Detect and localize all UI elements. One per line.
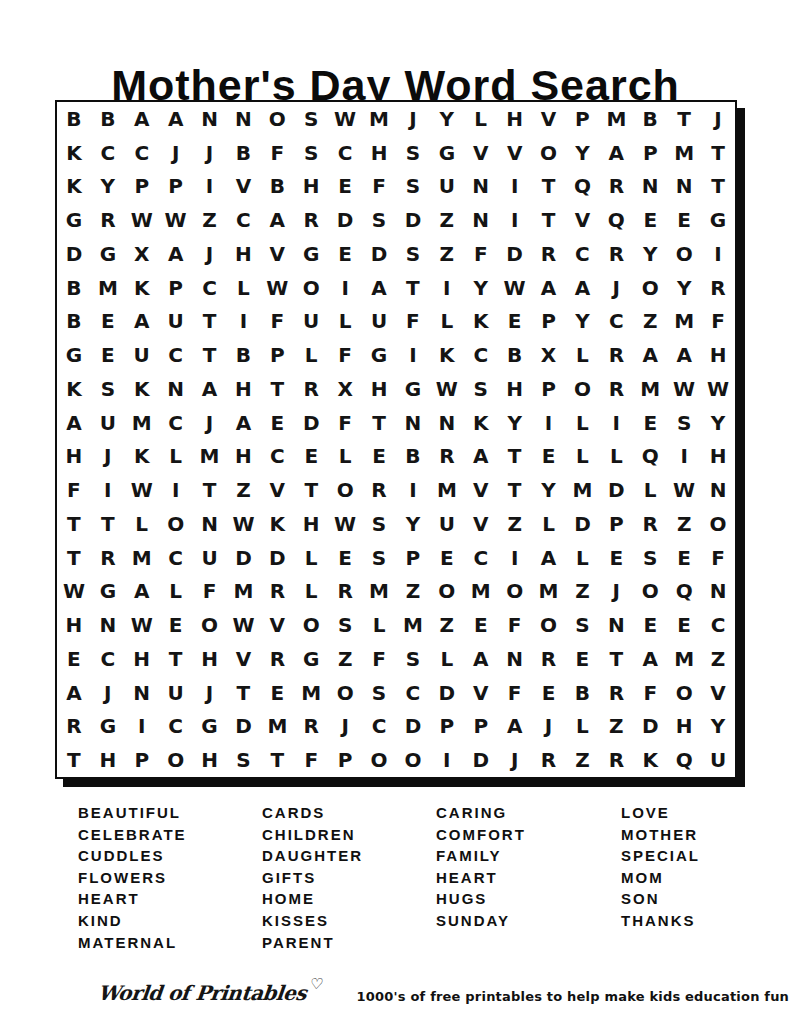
grid-cell-r15c2: G xyxy=(91,575,125,609)
grid-cell-r8c3: U xyxy=(125,338,159,372)
grid-cell-r7c6: I xyxy=(227,305,261,339)
grid-cell-r20c1: T xyxy=(57,743,91,777)
grid-cell-r2c10: H xyxy=(362,136,396,170)
grid-cell-r3c4: P xyxy=(159,170,193,204)
grid-cell-r20c16: Z xyxy=(566,743,600,777)
grid-cell-r15c17: J xyxy=(599,575,633,609)
grid-cell-r4c8: R xyxy=(294,203,328,237)
word-list-item: HEART xyxy=(78,888,187,910)
grid-cell-r1c3: A xyxy=(125,102,159,136)
word-list-item: HEART xyxy=(436,867,526,889)
grid-cell-r9c3: K xyxy=(125,372,159,406)
grid-cell-r12c14: T xyxy=(498,473,532,507)
grid-cell-r17c6: V xyxy=(227,642,261,676)
grid-cell-r7c20: F xyxy=(701,305,735,339)
grid-cell-r5c8: G xyxy=(294,237,328,271)
grid-cell-r7c19: M xyxy=(667,305,701,339)
grid-cell-r17c4: T xyxy=(159,642,193,676)
grid-cell-r4c18: E xyxy=(633,203,667,237)
grid-cell-r14c20: F xyxy=(701,541,735,575)
grid-cell-r20c6: S xyxy=(227,743,261,777)
grid-cell-r2c1: K xyxy=(57,136,91,170)
grid-cell-r7c4: U xyxy=(159,305,193,339)
grid-cell-r2c19: M xyxy=(667,136,701,170)
grid-cell-r10c8: D xyxy=(294,406,328,440)
grid-cell-r14c10: S xyxy=(362,541,396,575)
grid-cell-r17c16: E xyxy=(566,642,600,676)
grid-cell-r3c7: B xyxy=(260,170,294,204)
grid-cell-r11c16: L xyxy=(566,440,600,474)
grid-cell-r15c14: O xyxy=(498,575,532,609)
grid-cell-r13c4: O xyxy=(159,507,193,541)
grid-cell-r2c20: T xyxy=(701,136,735,170)
grid-cell-r20c17: R xyxy=(599,743,633,777)
grid-cell-r13c18: R xyxy=(633,507,667,541)
grid-cell-r18c2: J xyxy=(91,676,125,710)
grid-cell-r15c15: M xyxy=(532,575,566,609)
grid-cell-r9c16: O xyxy=(566,372,600,406)
grid-cell-r16c17: N xyxy=(599,608,633,642)
grid-cell-r15c13: M xyxy=(464,575,498,609)
grid-cell-r15c11: Z xyxy=(396,575,430,609)
word-list-item: GIFTS xyxy=(262,867,363,889)
grid-cell-r10c19: S xyxy=(667,406,701,440)
grid-cell-r8c4: C xyxy=(159,338,193,372)
grid-cell-r12c19: W xyxy=(667,473,701,507)
heart-icon: ♡ xyxy=(309,976,324,991)
grid-cell-r5c3: X xyxy=(125,237,159,271)
grid-cell-r16c19: E xyxy=(667,608,701,642)
word-list-column-3: CARINGCOMFORTFAMILYHEARTHUGSSUNDAY xyxy=(436,802,526,932)
grid-cell-r7c9: L xyxy=(328,305,362,339)
grid-cell-r19c1: R xyxy=(57,710,91,744)
grid-cell-r16c6: W xyxy=(227,608,261,642)
grid-cell-r10c17: I xyxy=(599,406,633,440)
grid-cell-r9c12: W xyxy=(430,372,464,406)
grid-cell-r17c10: F xyxy=(362,642,396,676)
word-list-item: DAUGHTER xyxy=(262,845,363,867)
grid-cell-r17c8: G xyxy=(294,642,328,676)
footer-tagline: 1000's of free printables to help make k… xyxy=(357,983,791,1004)
grid-cell-r2c17: A xyxy=(599,136,633,170)
grid-cell-r3c10: F xyxy=(362,170,396,204)
grid-cell-r16c8: O xyxy=(294,608,328,642)
grid-cell-r17c12: L xyxy=(430,642,464,676)
grid-cell-r14c18: S xyxy=(633,541,667,575)
grid-cell-r3c9: E xyxy=(328,170,362,204)
footer: World of Printables ♡ 1000's of free pri… xyxy=(98,978,738,1008)
word-list-item: HOME xyxy=(262,888,363,910)
word-search-grid: BBAANNOSWMJYLHVPMBTJKCCJJBFSCHSGVVOYAPMT… xyxy=(57,102,735,777)
grid-cell-r12c8: T xyxy=(294,473,328,507)
grid-cell-r3c3: P xyxy=(125,170,159,204)
grid-cell-r11c3: K xyxy=(125,440,159,474)
grid-cell-r3c20: T xyxy=(701,170,735,204)
grid-cell-r4c2: R xyxy=(91,203,125,237)
grid-cell-r1c16: P xyxy=(566,102,600,136)
grid-cell-r11c12: R xyxy=(430,440,464,474)
grid-cell-r1c7: O xyxy=(260,102,294,136)
grid-cell-r12c5: T xyxy=(193,473,227,507)
grid-cell-r5c12: Z xyxy=(430,237,464,271)
grid-cell-r19c17: Z xyxy=(599,710,633,744)
grid-cell-r12c12: M xyxy=(430,473,464,507)
grid-cell-r17c18: A xyxy=(633,642,667,676)
grid-cell-r9c15: P xyxy=(532,372,566,406)
grid-cell-r15c4: L xyxy=(159,575,193,609)
grid-cell-r8c15: X xyxy=(532,338,566,372)
grid-cell-r18c12: D xyxy=(430,676,464,710)
grid-cell-r6c6: L xyxy=(227,271,261,305)
grid-cell-r2c15: O xyxy=(532,136,566,170)
grid-cell-r15c12: O xyxy=(430,575,464,609)
grid-cell-r2c16: Y xyxy=(566,136,600,170)
word-list-item: FLOWERS xyxy=(78,867,187,889)
grid-cell-r3c15: T xyxy=(532,170,566,204)
grid-cell-r7c11: F xyxy=(396,305,430,339)
grid-cell-r3c2: Y xyxy=(91,170,125,204)
grid-cell-r18c8: M xyxy=(294,676,328,710)
grid-cell-r12c2: I xyxy=(91,473,125,507)
word-list-item: CARING xyxy=(436,802,526,824)
grid-cell-r11c20: H xyxy=(701,440,735,474)
grid-cell-r16c13: E xyxy=(464,608,498,642)
grid-cell-r6c10: A xyxy=(362,271,396,305)
grid-cell-r2c18: P xyxy=(633,136,667,170)
grid-cell-r17c13: A xyxy=(464,642,498,676)
grid-cell-r14c3: M xyxy=(125,541,159,575)
grid-cell-r5c1: D xyxy=(57,237,91,271)
grid-cell-r11c7: C xyxy=(260,440,294,474)
grid-cell-r19c16: L xyxy=(566,710,600,744)
grid-cell-r3c5: I xyxy=(193,170,227,204)
grid-cell-r7c3: A xyxy=(125,305,159,339)
grid-cell-r5c11: S xyxy=(396,237,430,271)
grid-cell-r11c5: M xyxy=(193,440,227,474)
grid-cell-r5c16: C xyxy=(566,237,600,271)
word-list-item: THANKS xyxy=(621,910,700,932)
grid-cell-r16c1: H xyxy=(57,608,91,642)
grid-cell-r6c14: W xyxy=(498,271,532,305)
word-list-item: CHILDREN xyxy=(262,824,363,846)
grid-cell-r13c2: T xyxy=(91,507,125,541)
word-list-item: SUNDAY xyxy=(436,910,526,932)
grid-cell-r18c9: O xyxy=(328,676,362,710)
grid-cell-r5c6: H xyxy=(227,237,261,271)
grid-cell-r16c3: W xyxy=(125,608,159,642)
grid-cell-r1c20: J xyxy=(701,102,735,136)
grid-cell-r1c4: A xyxy=(159,102,193,136)
grid-cell-r20c9: P xyxy=(328,743,362,777)
grid-cell-r19c4: C xyxy=(159,710,193,744)
grid-cell-r17c15: R xyxy=(532,642,566,676)
grid-cell-r5c18: Y xyxy=(633,237,667,271)
grid-cell-r6c9: I xyxy=(328,271,362,305)
grid-cell-r7c16: Y xyxy=(566,305,600,339)
grid-cell-r19c18: D xyxy=(633,710,667,744)
grid-cell-r12c9: O xyxy=(328,473,362,507)
grid-cell-r3c14: I xyxy=(498,170,532,204)
grid-cell-r2c5: J xyxy=(193,136,227,170)
grid-cell-r16c11: M xyxy=(396,608,430,642)
grid-cell-r4c17: Q xyxy=(599,203,633,237)
grid-cell-r16c14: F xyxy=(498,608,532,642)
grid-cell-r19c2: G xyxy=(91,710,125,744)
grid-cell-r20c8: F xyxy=(294,743,328,777)
word-list-item: CARDS xyxy=(262,802,363,824)
grid-cell-r2c2: C xyxy=(91,136,125,170)
word-list-item: MATERNAL xyxy=(78,932,187,954)
grid-cell-r13c14: Z xyxy=(498,507,532,541)
grid-cell-r14c13: C xyxy=(464,541,498,575)
grid-cell-r14c8: L xyxy=(294,541,328,575)
grid-cell-r16c4: E xyxy=(159,608,193,642)
grid-cell-r19c8: R xyxy=(294,710,328,744)
grid-cell-r4c7: A xyxy=(260,203,294,237)
grid-cell-r13c16: D xyxy=(566,507,600,541)
grid-cell-r9c13: S xyxy=(464,372,498,406)
grid-cell-r14c14: I xyxy=(498,541,532,575)
grid-cell-r13c1: T xyxy=(57,507,91,541)
grid-cell-r15c8: L xyxy=(294,575,328,609)
grid-cell-r8c9: F xyxy=(328,338,362,372)
grid-cell-r8c18: A xyxy=(633,338,667,372)
grid-cell-r7c12: L xyxy=(430,305,464,339)
grid-cell-r10c5: J xyxy=(193,406,227,440)
grid-cell-r15c10: M xyxy=(362,575,396,609)
grid-cell-r18c15: E xyxy=(532,676,566,710)
grid-cell-r7c2: E xyxy=(91,305,125,339)
grid-cell-r19c14: A xyxy=(498,710,532,744)
grid-cell-r14c12: E xyxy=(430,541,464,575)
grid-cell-r7c14: E xyxy=(498,305,532,339)
grid-cell-r8c17: R xyxy=(599,338,633,372)
grid-cell-r14c16: L xyxy=(566,541,600,575)
grid-cell-r12c11: I xyxy=(396,473,430,507)
grid-cell-r11c11: B xyxy=(396,440,430,474)
grid-cell-r12c18: L xyxy=(633,473,667,507)
grid-cell-r9c2: S xyxy=(91,372,125,406)
grid-cell-r7c8: U xyxy=(294,305,328,339)
grid-cell-r1c19: T xyxy=(667,102,701,136)
grid-cell-r2c14: V xyxy=(498,136,532,170)
grid-cell-r10c13: K xyxy=(464,406,498,440)
grid-cell-r11c1: H xyxy=(57,440,91,474)
word-list-item: LOVE xyxy=(621,802,700,824)
grid-cell-r6c12: I xyxy=(430,271,464,305)
grid-cell-r4c12: Z xyxy=(430,203,464,237)
word-list-item: CELEBRATE xyxy=(78,824,187,846)
grid-cell-r17c3: H xyxy=(125,642,159,676)
grid-cell-r19c11: D xyxy=(396,710,430,744)
grid-cell-r14c4: C xyxy=(159,541,193,575)
grid-cell-r13c19: Z xyxy=(667,507,701,541)
grid-cell-r11c18: Q xyxy=(633,440,667,474)
grid-cell-r7c7: F xyxy=(260,305,294,339)
grid-cell-r19c9: J xyxy=(328,710,362,744)
grid-cell-r19c7: M xyxy=(260,710,294,744)
grid-cell-r1c6: N xyxy=(227,102,261,136)
grid-cell-r17c14: N xyxy=(498,642,532,676)
grid-cell-r6c19: Y xyxy=(667,271,701,305)
grid-cell-r2c3: C xyxy=(125,136,159,170)
grid-cell-r18c3: N xyxy=(125,676,159,710)
grid-cell-r6c1: B xyxy=(57,271,91,305)
grid-cell-r9c1: K xyxy=(57,372,91,406)
grid-cell-r10c6: A xyxy=(227,406,261,440)
grid-cell-r3c6: V xyxy=(227,170,261,204)
grid-cell-r18c4: U xyxy=(159,676,193,710)
grid-cell-r2c11: S xyxy=(396,136,430,170)
grid-cell-r9c14: H xyxy=(498,372,532,406)
grid-cell-r4c19: E xyxy=(667,203,701,237)
grid-cell-r6c5: C xyxy=(193,271,227,305)
grid-cell-r16c20: C xyxy=(701,608,735,642)
grid-cell-r12c15: Y xyxy=(532,473,566,507)
grid-cell-r1c14: H xyxy=(498,102,532,136)
grid-cell-r14c2: R xyxy=(91,541,125,575)
grid-cell-r14c9: E xyxy=(328,541,362,575)
word-list-item: SPECIAL xyxy=(621,845,700,867)
grid-cell-r13c9: W xyxy=(328,507,362,541)
grid-cell-r1c17: M xyxy=(599,102,633,136)
grid-cell-r9c6: H xyxy=(227,372,261,406)
grid-cell-r1c1: B xyxy=(57,102,91,136)
grid-cell-r7c10: U xyxy=(362,305,396,339)
grid-cell-r14c11: P xyxy=(396,541,430,575)
grid-cell-r6c11: T xyxy=(396,271,430,305)
grid-cell-r17c9: Z xyxy=(328,642,362,676)
grid-cell-r2c4: J xyxy=(159,136,193,170)
grid-cell-r20c4: O xyxy=(159,743,193,777)
grid-cell-r4c14: I xyxy=(498,203,532,237)
grid-cell-r5c15: R xyxy=(532,237,566,271)
grid-cell-r12c1: F xyxy=(57,473,91,507)
grid-cell-r8c12: K xyxy=(430,338,464,372)
grid-cell-r4c3: W xyxy=(125,203,159,237)
grid-cell-r17c1: E xyxy=(57,642,91,676)
grid-cell-r11c6: H xyxy=(227,440,261,474)
grid-cell-r2c12: G xyxy=(430,136,464,170)
grid-cell-r8c19: A xyxy=(667,338,701,372)
grid-cell-r14c5: U xyxy=(193,541,227,575)
grid-cell-r17c2: C xyxy=(91,642,125,676)
grid-cell-r16c5: O xyxy=(193,608,227,642)
grid-cell-r19c10: C xyxy=(362,710,396,744)
grid-cell-r18c5: J xyxy=(193,676,227,710)
grid-cell-r4c4: W xyxy=(159,203,193,237)
word-search-board: BBAANNOSWMJYLHVPMBTJKCCJJBFSCHSGVVOYAPMT… xyxy=(55,100,737,779)
grid-cell-r1c15: V xyxy=(532,102,566,136)
word-list-column-2: CARDSCHILDRENDAUGHTERGIFTSHOMEKISSESPARE… xyxy=(262,802,363,953)
grid-cell-r14c15: A xyxy=(532,541,566,575)
grid-cell-r12c6: Z xyxy=(227,473,261,507)
word-list-item: HUGS xyxy=(436,888,526,910)
word-list-column-4: LOVEMOTHERSPECIALMOMSONTHANKS xyxy=(621,802,700,932)
grid-cell-r5c20: I xyxy=(701,237,735,271)
grid-cell-r6c13: Y xyxy=(464,271,498,305)
grid-cell-r5c5: J xyxy=(193,237,227,271)
grid-cell-r13c8: H xyxy=(294,507,328,541)
grid-cell-r20c3: P xyxy=(125,743,159,777)
grid-cell-r6c4: P xyxy=(159,271,193,305)
grid-cell-r6c18: O xyxy=(633,271,667,305)
grid-cell-r8c6: B xyxy=(227,338,261,372)
grid-cell-r5c2: G xyxy=(91,237,125,271)
grid-cell-r3c8: H xyxy=(294,170,328,204)
grid-cell-r11c13: A xyxy=(464,440,498,474)
grid-cell-r3c11: S xyxy=(396,170,430,204)
brand-logo-text: World of Printables xyxy=(96,978,307,1008)
grid-cell-r19c12: P xyxy=(430,710,464,744)
grid-cell-r16c12: Z xyxy=(430,608,464,642)
grid-cell-r8c7: P xyxy=(260,338,294,372)
grid-cell-r8c8: L xyxy=(294,338,328,372)
grid-cell-r1c2: B xyxy=(91,102,125,136)
word-list-item: MOTHER xyxy=(621,824,700,846)
grid-cell-r10c10: T xyxy=(362,406,396,440)
grid-cell-r9c17: R xyxy=(599,372,633,406)
grid-cell-r18c19: O xyxy=(667,676,701,710)
grid-cell-r13c3: L xyxy=(125,507,159,541)
grid-cell-r18c17: R xyxy=(599,676,633,710)
grid-cell-r5c17: R xyxy=(599,237,633,271)
grid-cell-r18c7: E xyxy=(260,676,294,710)
grid-cell-r7c5: T xyxy=(193,305,227,339)
grid-cell-r15c18: O xyxy=(633,575,667,609)
grid-cell-r6c7: W xyxy=(260,271,294,305)
grid-cell-r1c11: J xyxy=(396,102,430,136)
grid-cell-r13c13: V xyxy=(464,507,498,541)
grid-cell-r15c19: Q xyxy=(667,575,701,609)
grid-cell-r15c16: Z xyxy=(566,575,600,609)
grid-cell-r12c4: I xyxy=(159,473,193,507)
word-list: BEAUTIFULCELEBRATECUDDLESFLOWERSHEARTKIN… xyxy=(0,802,791,962)
grid-cell-r16c16: S xyxy=(566,608,600,642)
grid-cell-r10c12: N xyxy=(430,406,464,440)
grid-cell-r19c20: Y xyxy=(701,710,735,744)
grid-cell-r19c6: D xyxy=(227,710,261,744)
grid-cell-r3c17: R xyxy=(599,170,633,204)
word-list-item: FAMILY xyxy=(436,845,526,867)
grid-cell-r20c7: T xyxy=(260,743,294,777)
grid-cell-r4c1: G xyxy=(57,203,91,237)
grid-cell-r18c10: S xyxy=(362,676,396,710)
grid-cell-r5c14: D xyxy=(498,237,532,271)
grid-cell-r13c11: Y xyxy=(396,507,430,541)
grid-cell-r16c15: O xyxy=(532,608,566,642)
grid-cell-r3c18: N xyxy=(633,170,667,204)
grid-cell-r7c13: K xyxy=(464,305,498,339)
grid-cell-r19c15: J xyxy=(532,710,566,744)
grid-cell-r3c19: N xyxy=(667,170,701,204)
grid-cell-r11c15: E xyxy=(532,440,566,474)
grid-cell-r20c15: R xyxy=(532,743,566,777)
grid-cell-r16c18: E xyxy=(633,608,667,642)
grid-cell-r3c12: U xyxy=(430,170,464,204)
grid-cell-r4c20: G xyxy=(701,203,735,237)
grid-cell-r11c17: L xyxy=(599,440,633,474)
grid-cell-r6c16: A xyxy=(566,271,600,305)
grid-cell-r8c5: T xyxy=(193,338,227,372)
grid-cell-r12c7: V xyxy=(260,473,294,507)
grid-cell-r12c3: W xyxy=(125,473,159,507)
grid-cell-r10c16: L xyxy=(566,406,600,440)
grid-cell-r7c15: P xyxy=(532,305,566,339)
grid-cell-r8c16: L xyxy=(566,338,600,372)
grid-cell-r15c3: A xyxy=(125,575,159,609)
printable-page: { "title": "Mother's Day Word Search", "… xyxy=(0,0,791,1024)
